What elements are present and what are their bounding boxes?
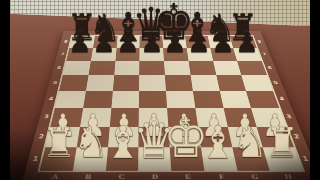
square-f6: [188, 61, 216, 75]
square-d5: [139, 75, 166, 91]
file-label-far-c: C: [117, 32, 139, 35]
square-e5: [165, 75, 193, 91]
file-label-far-b: B: [95, 32, 118, 35]
file-labels-near: ABCDEFGH: [37, 171, 307, 180]
rank-label-left-4: 4: [48, 97, 54, 102]
rank-label-left-8: 8: [63, 40, 68, 43]
file-label-g: G: [237, 173, 272, 180]
rank-label-right-6: 6: [267, 66, 273, 70]
square-a2: [45, 127, 80, 148]
square-f8: [185, 36, 210, 48]
square-d2: [139, 127, 170, 148]
square-b4: [83, 91, 113, 108]
square-d7: [140, 48, 164, 61]
square-d3: [139, 108, 168, 127]
square-b1: [73, 147, 108, 170]
square-a4: [55, 91, 86, 108]
rank-label-left-6: 6: [56, 66, 61, 70]
square-e3: [167, 108, 198, 127]
file-label-far-f: F: [184, 32, 207, 35]
square-a7: [66, 48, 93, 61]
rank-label-left-7: 7: [60, 53, 65, 56]
square-c5: [112, 75, 139, 91]
square-f5: [190, 75, 219, 91]
letterbox-right: [310, 0, 320, 180]
square-f7: [187, 48, 213, 61]
square-c2: [108, 127, 139, 148]
square-b6: [88, 61, 115, 75]
file-label-c: C: [105, 173, 139, 180]
square-b2: [76, 127, 109, 148]
wall-background: [10, 0, 310, 26]
square-a1: [40, 147, 77, 170]
square-e6: [164, 61, 190, 75]
square-d4: [139, 91, 167, 108]
square-f2: [198, 127, 232, 148]
square-e2: [168, 127, 200, 148]
rank-label-right-7: 7: [262, 53, 267, 56]
square-e8: [162, 36, 186, 48]
chess-photo: ABCDEFGH ABCDEFGH 87654321 87654321 ♜♞♝♛…: [10, 0, 310, 180]
square-a8: [69, 36, 94, 48]
square-e1: [170, 147, 204, 170]
square-c4: [111, 91, 139, 108]
square-e4: [166, 91, 195, 108]
file-label-far-a: A: [73, 32, 96, 35]
square-a6: [63, 61, 91, 75]
square-c7: [115, 48, 140, 61]
square-c8: [116, 36, 140, 48]
file-label-f: F: [204, 173, 239, 180]
file-label-far-h: H: [229, 32, 252, 35]
file-label-h: H: [270, 173, 306, 180]
square-b7: [91, 48, 117, 61]
rank-label-right-2: 2: [293, 134, 300, 140]
rank-label-left-3: 3: [43, 114, 49, 119]
square-c3: [109, 108, 139, 127]
photo-frame: ABCDEFGH ABCDEFGH 87654321 87654321 ♜♞♝♛…: [0, 0, 320, 180]
square-d6: [139, 61, 165, 75]
file-label-d: D: [138, 173, 172, 180]
rank-label-right-8: 8: [257, 40, 262, 43]
letterbox-left: [0, 0, 10, 180]
square-f4: [193, 91, 223, 108]
file-label-b: B: [71, 173, 105, 180]
file-label-e: E: [171, 173, 205, 180]
square-b5: [86, 75, 114, 91]
rank-label-left-5: 5: [52, 81, 57, 85]
rank-label-right-4: 4: [279, 97, 285, 102]
square-b3: [80, 108, 111, 127]
square-c6: [114, 61, 140, 75]
rank-label-right-3: 3: [286, 114, 293, 119]
file-label-a: A: [37, 173, 72, 180]
rank-label-left-1: 1: [32, 156, 39, 162]
rank-label-right-1: 1: [302, 156, 310, 162]
square-b8: [93, 36, 117, 48]
file-label-far-g: G: [206, 32, 229, 35]
square-d1: [138, 147, 171, 170]
chess-board: ABCDEFGH ABCDEFGH 87654321 87654321: [22, 31, 310, 180]
rank-label-right-5: 5: [273, 81, 279, 85]
file-label-far-d: D: [140, 32, 162, 35]
square-a3: [50, 108, 83, 127]
square-f1: [201, 147, 237, 170]
square-f3: [195, 108, 227, 127]
rank-label-left-2: 2: [38, 134, 44, 140]
file-label-far-e: E: [162, 32, 185, 35]
square-d8: [140, 36, 163, 48]
file-labels-far: ABCDEFGH: [72, 31, 252, 36]
square-a5: [59, 75, 88, 91]
square-c1: [105, 147, 138, 170]
square-e7: [163, 48, 188, 61]
